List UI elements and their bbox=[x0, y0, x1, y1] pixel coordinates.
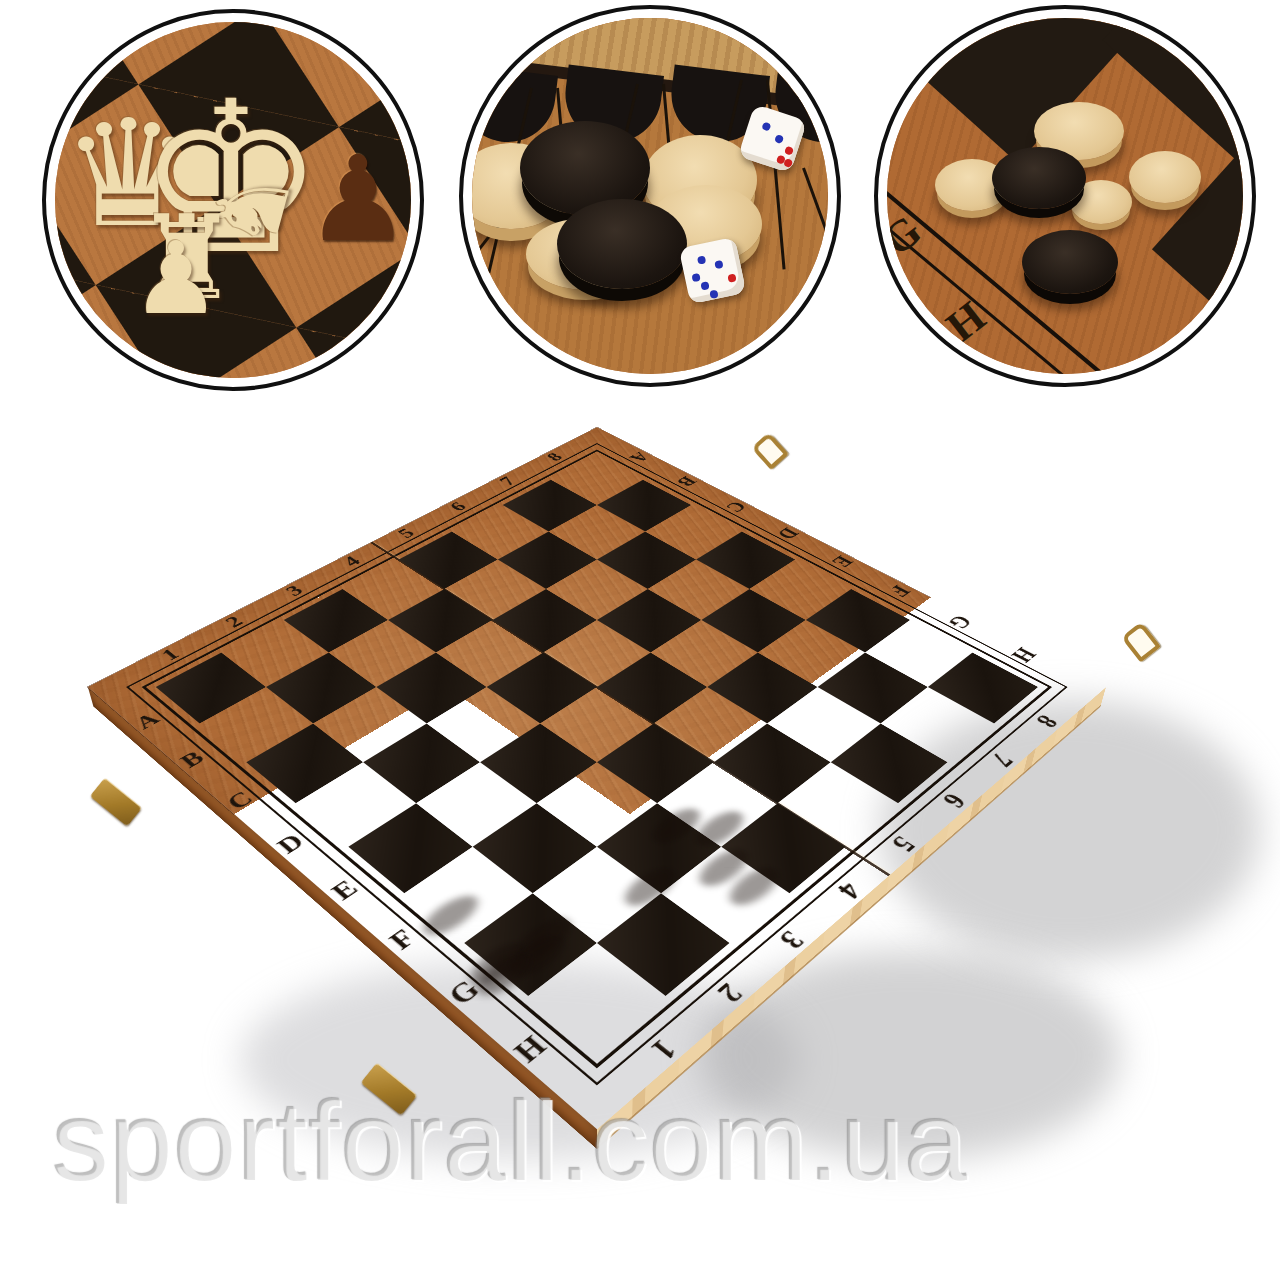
rank-label-4-fileA-edge: 4 bbox=[340, 554, 365, 569]
inset-checkers: GH bbox=[874, 5, 1256, 387]
checker-disc-black bbox=[992, 147, 1086, 209]
checker-disc-cream bbox=[1129, 151, 1201, 203]
square-e7 bbox=[701, 589, 805, 653]
square-h8 bbox=[928, 653, 1038, 724]
square-d4 bbox=[487, 653, 597, 724]
square-b4 bbox=[388, 589, 492, 653]
file-label-a-rank1-edge: A bbox=[131, 710, 164, 732]
file-label-h-rank8-edge: H bbox=[1006, 644, 1040, 665]
square-b8 bbox=[597, 480, 691, 532]
square-c7 bbox=[597, 532, 696, 589]
square-f8 bbox=[806, 589, 910, 653]
rank-label-5-fileA-edge: 5 bbox=[394, 526, 418, 540]
die-pip-blue bbox=[700, 281, 709, 290]
die-pip-blue bbox=[691, 272, 700, 281]
die-pip-red bbox=[783, 145, 793, 155]
brass-clasp-plate bbox=[90, 778, 142, 827]
square-b6 bbox=[498, 532, 597, 589]
checker-disc-black bbox=[1022, 230, 1118, 294]
file-label-c-rank8-edge: C bbox=[722, 499, 750, 515]
rank-label-3-fileA-edge: 3 bbox=[282, 583, 307, 599]
file-label-d-rank8-edge: D bbox=[773, 525, 802, 541]
rank-label-6-fileA-edge: 6 bbox=[446, 500, 470, 514]
inset-checkers-photo: GH bbox=[887, 18, 1243, 374]
rank-label-8-fileA-edge: 8 bbox=[543, 451, 566, 463]
file-label-a-rank8-edge: A bbox=[626, 450, 653, 464]
white-pawn-piece: ♟ bbox=[470, 903, 540, 982]
dark-pawn-piece: ♟ bbox=[722, 819, 788, 893]
die bbox=[678, 236, 746, 304]
square-h6 bbox=[831, 723, 948, 803]
file-label-f-rank8-edge: F bbox=[885, 582, 914, 599]
file-label-g-rank8-edge: G bbox=[943, 612, 976, 632]
square-c1 bbox=[246, 723, 363, 803]
dark-pawn-piece: ♟ bbox=[617, 819, 683, 893]
square-a3 bbox=[284, 589, 388, 653]
die-pip-blue bbox=[761, 121, 771, 131]
watermark-text: sportforall.com.ua bbox=[52, 1076, 1242, 1206]
inset-chess-pieces-photo: ♛♚♞♜♟♟ bbox=[55, 22, 411, 378]
rank-label-1-fileH-edge: 1 bbox=[645, 1034, 682, 1065]
die-pip-blue bbox=[774, 134, 784, 144]
square-a1 bbox=[156, 653, 266, 724]
rank-label-2-fileA-edge: 2 bbox=[222, 614, 247, 631]
inset-backgammon bbox=[459, 5, 841, 387]
inset-chess-pieces: ♛♚♞♜♟♟ bbox=[42, 9, 424, 391]
die-pip-blue bbox=[709, 289, 718, 298]
square-d8 bbox=[696, 532, 795, 589]
square-g7 bbox=[818, 653, 928, 724]
file-label-c-rank1-edge: C bbox=[223, 788, 258, 813]
square-a5 bbox=[399, 532, 498, 589]
inset-backgammon-photo bbox=[472, 18, 828, 374]
square-c5 bbox=[493, 589, 597, 653]
backgammon-checker-black bbox=[557, 199, 687, 289]
product-photo-scene: AABBCCDDEEFFGGHH1122334455667788♛♚♜♞♟♞♛♟… bbox=[0, 0, 1280, 1280]
square-d6 bbox=[597, 589, 701, 653]
die-pip-blue bbox=[696, 255, 705, 264]
die-pip-red bbox=[727, 273, 736, 282]
die-pip-blue bbox=[714, 259, 723, 268]
file-label-e-rank1-edge: E bbox=[327, 877, 363, 905]
square-c3 bbox=[376, 653, 486, 724]
square-b2 bbox=[266, 653, 376, 724]
inset-light-pawn-piece: ♟ bbox=[131, 228, 221, 328]
file-label-b-rank8-edge: B bbox=[673, 474, 700, 488]
rank-label-1-fileA-edge: 1 bbox=[158, 646, 184, 663]
brass-clasp-loop bbox=[751, 432, 789, 470]
brass-clasp-loop bbox=[1121, 621, 1161, 662]
file-label-e-rank8-edge: E bbox=[827, 553, 856, 570]
file-label-f-rank1-edge: F bbox=[385, 926, 421, 955]
rank-label-7-fileA-edge: 7 bbox=[496, 475, 520, 488]
inset-dark-pawn-piece: ♟ bbox=[305, 140, 411, 258]
square-a7 bbox=[503, 480, 597, 532]
